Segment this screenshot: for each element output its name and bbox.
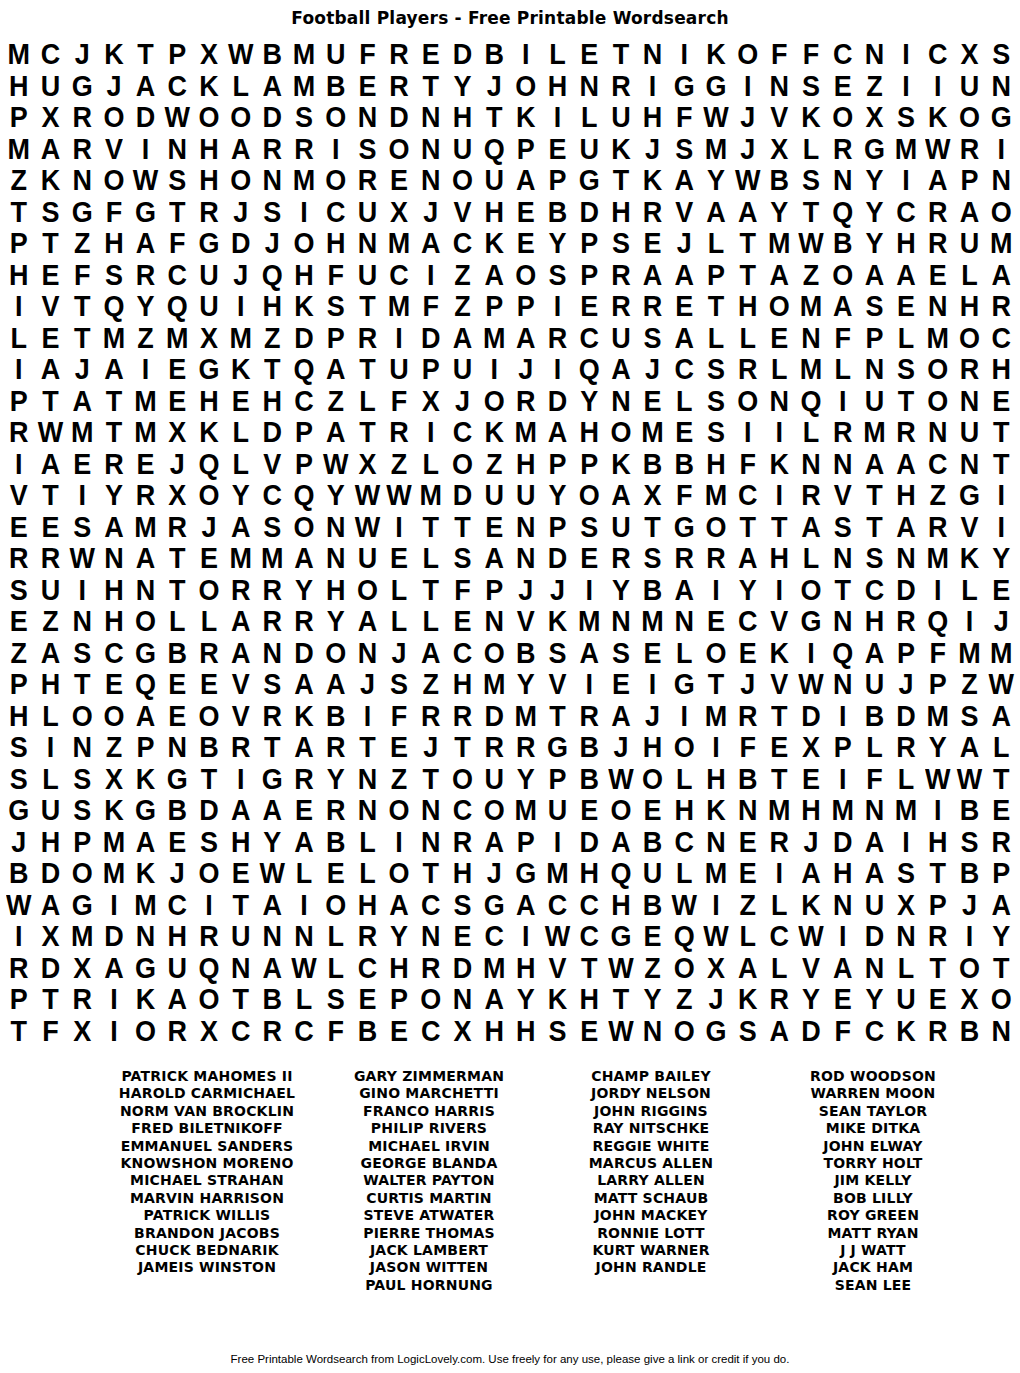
word-item: RAY NITSCHKE <box>540 1120 762 1137</box>
grid-cell: K <box>225 354 257 387</box>
grid-cell: W <box>352 480 384 513</box>
grid-cell: T <box>985 449 1017 482</box>
grid-cell: C <box>668 827 700 860</box>
grid-cell: T <box>542 701 574 734</box>
grid-cell: A <box>732 197 764 230</box>
grid-cell: W <box>161 102 193 135</box>
grid-cell: M <box>66 921 98 954</box>
grid-cell: I <box>827 921 859 954</box>
grid-cell: Y <box>859 165 891 198</box>
grid-cell: S <box>827 512 859 545</box>
grid-cell: A <box>542 417 574 450</box>
grid-cell: R <box>257 575 289 608</box>
grid-cell: D <box>447 39 479 72</box>
grid-cell: A <box>478 827 510 860</box>
grid-cell: X <box>795 732 827 765</box>
grid-cell: P <box>890 638 922 671</box>
grid-cell: G <box>130 197 162 230</box>
grid-cell: S <box>573 512 605 545</box>
grid-cell: S <box>352 134 384 167</box>
grid-cell: T <box>161 575 193 608</box>
grid-cell: T <box>130 39 162 72</box>
grid-cell: M <box>288 39 320 72</box>
grid-cell: M <box>700 701 732 734</box>
grid-cell: P <box>542 449 574 482</box>
grid-cell: T <box>193 764 225 797</box>
grid-cell: O <box>700 512 732 545</box>
grid-cell: F <box>827 1016 859 1049</box>
grid-cell: U <box>954 417 986 450</box>
grid-cell: A <box>98 354 130 387</box>
grid-cell: K <box>700 39 732 72</box>
grid-cell: H <box>98 228 130 261</box>
grid-cell: N <box>98 543 130 576</box>
grid-cell: B <box>637 449 669 482</box>
word-item: BRANDON JACOBS <box>96 1225 318 1242</box>
word-list-column: ROD WOODSONWARREN MOONSEAN TAYLORMIKE DI… <box>762 1068 984 1294</box>
grid-cell: E <box>320 858 352 891</box>
grid-cell: O <box>985 197 1017 230</box>
grid-cell: B <box>352 1016 384 1049</box>
grid-cell: C <box>732 480 764 513</box>
word-item: REGGIE WHITE <box>540 1138 762 1155</box>
grid-cell: F <box>668 102 700 135</box>
grid-cell: Q <box>478 134 510 167</box>
grid-cell: A <box>478 984 510 1017</box>
grid-cell: H <box>478 197 510 230</box>
grid-cell: R <box>257 701 289 734</box>
grid-cell: T <box>447 732 479 765</box>
grid-cell: K <box>605 449 637 482</box>
word-item: PHILIP RIVERS <box>318 1120 540 1137</box>
grid-cell: Z <box>3 638 35 671</box>
grid-cell: R <box>3 417 35 450</box>
grid-cell: U <box>859 386 891 419</box>
grid-cell: R <box>478 732 510 765</box>
grid-cell: Y <box>510 764 542 797</box>
grid-cell: O <box>700 638 732 671</box>
grid-cell: B <box>161 795 193 828</box>
grid-cell: N <box>954 386 986 419</box>
grid-cell: H <box>573 858 605 891</box>
grid-cell: F <box>320 1016 352 1049</box>
grid-cell: M <box>415 480 447 513</box>
grid-cell: A <box>130 701 162 734</box>
grid-cell: F <box>859 764 891 797</box>
grid-cell: E <box>383 1016 415 1049</box>
grid-cell: W <box>257 858 289 891</box>
grid-cell: E <box>985 575 1017 608</box>
grid-cell: I <box>3 921 35 954</box>
grid-cell: F <box>764 39 796 72</box>
grid-cell: R <box>66 102 98 135</box>
grid-cell: X <box>193 1016 225 1049</box>
grid-cell: W <box>700 921 732 954</box>
grid-cell: X <box>890 890 922 923</box>
grid-cell: L <box>985 732 1017 765</box>
grid-cell: Z <box>383 764 415 797</box>
grid-cell: A <box>859 260 891 293</box>
grid-cell: N <box>225 953 257 986</box>
grid-cell: S <box>66 764 98 797</box>
grid-cell: R <box>827 134 859 167</box>
grid-cell: P <box>542 512 574 545</box>
grid-cell: U <box>605 323 637 356</box>
grid-cell: N <box>859 39 891 72</box>
grid-cell: M <box>161 323 193 356</box>
grid-cell: I <box>668 39 700 72</box>
grid-cell: E <box>732 858 764 891</box>
grid-cell: S <box>35 197 67 230</box>
grid-cell: U <box>161 953 193 986</box>
grid-cell: C <box>668 354 700 387</box>
grid-cell: F <box>383 701 415 734</box>
grid-cell: M <box>637 417 669 450</box>
grid-cell: H <box>257 386 289 419</box>
grid-cell: D <box>795 701 827 734</box>
grid-cell: W <box>3 890 35 923</box>
grid-cell: T <box>732 512 764 545</box>
grid-cell: F <box>161 228 193 261</box>
grid-cell: R <box>35 543 67 576</box>
grid-cell: N <box>320 512 352 545</box>
grid-cell: I <box>98 984 130 1017</box>
grid-cell: A <box>257 890 289 923</box>
grid-cell: V <box>542 953 574 986</box>
grid-cell: N <box>352 795 384 828</box>
word-item: JOHN RIGGINS <box>540 1103 762 1120</box>
grid-cell: O <box>985 984 1017 1017</box>
grid-cell: T <box>415 764 447 797</box>
grid-cell: O <box>383 795 415 828</box>
footer-credit: Free Printable Wordsearch from LogicLove… <box>0 1353 1020 1365</box>
grid-cell: K <box>732 984 764 1017</box>
grid-cell: T <box>890 386 922 419</box>
grid-cell: I <box>922 795 954 828</box>
grid-cell: C <box>161 890 193 923</box>
grid-cell: Q <box>161 291 193 324</box>
grid-cell: C <box>859 1016 891 1049</box>
grid-cell: C <box>573 921 605 954</box>
grid-cell: E <box>573 39 605 72</box>
grid-cell: X <box>193 39 225 72</box>
grid-cell: R <box>193 921 225 954</box>
grid-cell: D <box>478 701 510 734</box>
grid-cell: K <box>193 71 225 104</box>
grid-cell: T <box>732 228 764 261</box>
grid-cell: M <box>795 354 827 387</box>
grid-cell: H <box>510 953 542 986</box>
grid-cell: B <box>320 701 352 734</box>
grid-cell: C <box>225 1016 257 1049</box>
grid-cell: N <box>257 921 289 954</box>
grid-cell: Y <box>573 386 605 419</box>
grid-cell: U <box>542 795 574 828</box>
grid-cell: X <box>66 953 98 986</box>
grid-cell: N <box>415 827 447 860</box>
grid-cell: M <box>985 228 1017 261</box>
grid-cell: O <box>352 575 384 608</box>
grid-cell: A <box>827 291 859 324</box>
grid-cell: R <box>922 197 954 230</box>
grid-cell: I <box>383 323 415 356</box>
grid-cell: A <box>795 858 827 891</box>
grid-cell: O <box>383 858 415 891</box>
grid-cell: O <box>668 953 700 986</box>
grid-cell: Z <box>98 732 130 765</box>
grid-cell: J <box>732 134 764 167</box>
grid-cell: H <box>35 827 67 860</box>
word-item: CHAMP BAILEY <box>540 1068 762 1085</box>
grid-cell: S <box>3 732 35 765</box>
grid-cell: G <box>700 1016 732 1049</box>
grid-cell: S <box>257 512 289 545</box>
grid-cell: Y <box>732 575 764 608</box>
grid-cell: J <box>510 575 542 608</box>
word-item: NORM VAN BROCKLIN <box>96 1103 318 1120</box>
grid-cell: A <box>890 260 922 293</box>
grid-cell: A <box>225 512 257 545</box>
grid-cell: K <box>542 606 574 639</box>
grid-cell: A <box>795 512 827 545</box>
grid-cell: W <box>922 764 954 797</box>
grid-cell: G <box>193 228 225 261</box>
grid-cell: S <box>447 543 479 576</box>
grid-cell: K <box>35 165 67 198</box>
grid-cell: O <box>668 732 700 765</box>
grid-cell: V <box>257 449 289 482</box>
grid-cell: G <box>161 764 193 797</box>
grid-cell: L <box>859 732 891 765</box>
grid-cell: M <box>510 795 542 828</box>
grid-cell: T <box>764 701 796 734</box>
grid-cell: F <box>320 260 352 293</box>
grid-cell: H <box>3 71 35 104</box>
grid-cell: R <box>954 134 986 167</box>
grid-cell: H <box>510 449 542 482</box>
grid-cell: E <box>637 228 669 261</box>
grid-cell: E <box>700 606 732 639</box>
grid-cell: R <box>764 827 796 860</box>
grid-cell: C <box>288 386 320 419</box>
grid-cell: A <box>668 260 700 293</box>
grid-cell: L <box>3 323 35 356</box>
grid-cell: N <box>637 39 669 72</box>
grid-cell: E <box>225 386 257 419</box>
grid-cell: I <box>415 417 447 450</box>
grid-cell: D <box>257 417 289 450</box>
grid-cell: T <box>257 732 289 765</box>
grid-cell: M <box>922 323 954 356</box>
grid-cell: D <box>383 102 415 135</box>
grid-cell: O <box>320 165 352 198</box>
grid-cell: A <box>922 165 954 198</box>
grid-cell: T <box>352 417 384 450</box>
grid-cell: H <box>732 291 764 324</box>
grid-cell: E <box>66 449 98 482</box>
grid-cell: T <box>225 984 257 1017</box>
grid-cell: S <box>542 1016 574 1049</box>
grid-cell: I <box>35 732 67 765</box>
wordsearch-grid: MCJKTPXWBMUFREDBILETNIKOFFCNICXSHUGJACKL… <box>3 40 1017 1048</box>
grid-cell: G <box>859 134 891 167</box>
grid-cell: L <box>795 543 827 576</box>
grid-cell: I <box>383 512 415 545</box>
grid-cell: Q <box>795 386 827 419</box>
word-item: STEVE ATWATER <box>318 1207 540 1224</box>
grid-cell: E <box>447 921 479 954</box>
grid-cell: I <box>764 417 796 450</box>
grid-cell: S <box>985 39 1017 72</box>
word-item: KNOWSHON MORENO <box>96 1155 318 1172</box>
grid-cell: C <box>542 890 574 923</box>
grid-cell: N <box>415 795 447 828</box>
grid-cell: M <box>510 701 542 734</box>
grid-cell: R <box>605 260 637 293</box>
grid-cell: A <box>510 323 542 356</box>
grid-cell: T <box>573 953 605 986</box>
grid-cell: E <box>130 449 162 482</box>
grid-cell: T <box>35 480 67 513</box>
grid-cell: A <box>35 354 67 387</box>
grid-cell: K <box>764 638 796 671</box>
grid-cell: N <box>795 449 827 482</box>
grid-cell: D <box>35 858 67 891</box>
grid-cell: U <box>478 480 510 513</box>
grid-cell: O <box>98 102 130 135</box>
grid-cell: J <box>415 732 447 765</box>
grid-cell: I <box>288 890 320 923</box>
word-item: PATRICK WILLIS <box>96 1207 318 1224</box>
grid-cell: R <box>732 354 764 387</box>
grid-cell: D <box>225 228 257 261</box>
grid-cell: J <box>98 71 130 104</box>
grid-cell: L <box>890 953 922 986</box>
grid-cell: E <box>161 701 193 734</box>
grid-cell: R <box>764 984 796 1017</box>
grid-cell: Y <box>764 197 796 230</box>
grid-cell: U <box>510 480 542 513</box>
grid-cell: P <box>827 732 859 765</box>
grid-cell: E <box>985 795 1017 828</box>
page-title: Football Players - Free Printable Wordse… <box>0 0 1020 28</box>
grid-cell: E <box>764 323 796 356</box>
grid-cell: C <box>161 71 193 104</box>
grid-cell: M <box>637 606 669 639</box>
grid-cell: R <box>922 512 954 545</box>
grid-cell: I <box>700 890 732 923</box>
grid-cell: T <box>859 512 891 545</box>
grid-cell: L <box>288 858 320 891</box>
grid-cell: S <box>605 228 637 261</box>
grid-cell: I <box>193 890 225 923</box>
grid-cell: I <box>288 197 320 230</box>
grid-cell: X <box>954 39 986 72</box>
grid-cell: N <box>827 669 859 702</box>
grid-cell: J <box>732 669 764 702</box>
grid-cell: V <box>98 134 130 167</box>
grid-cell: E <box>98 669 130 702</box>
grid-cell: M <box>700 480 732 513</box>
grid-cell: J <box>161 449 193 482</box>
grid-cell: J <box>605 732 637 765</box>
grid-cell: I <box>383 827 415 860</box>
grid-cell: O <box>320 638 352 671</box>
grid-cell: I <box>352 701 384 734</box>
grid-cell: S <box>257 197 289 230</box>
word-item: GINO MARCHETTI <box>318 1085 540 1102</box>
grid-cell: O <box>193 480 225 513</box>
grid-cell: A <box>288 827 320 860</box>
grid-cell: R <box>890 606 922 639</box>
grid-cell: C <box>573 323 605 356</box>
grid-cell: S <box>3 764 35 797</box>
grid-cell: A <box>257 795 289 828</box>
grid-cell: H <box>605 890 637 923</box>
grid-cell: D <box>890 575 922 608</box>
grid-cell: A <box>130 71 162 104</box>
grid-cell: U <box>193 260 225 293</box>
grid-cell: O <box>478 795 510 828</box>
grid-cell: N <box>827 606 859 639</box>
grid-cell: E <box>573 543 605 576</box>
grid-cell: R <box>985 291 1017 324</box>
grid-cell: X <box>35 921 67 954</box>
grid-cell: Y <box>510 984 542 1017</box>
grid-cell: N <box>510 543 542 576</box>
grid-cell: R <box>922 921 954 954</box>
grid-cell: W <box>732 165 764 198</box>
grid-cell: H <box>3 260 35 293</box>
grid-cell: E <box>890 291 922 324</box>
grid-cell: V <box>510 606 542 639</box>
grid-cell: W <box>795 228 827 261</box>
grid-cell: Y <box>985 543 1017 576</box>
word-item: JORDY NELSON <box>540 1085 762 1102</box>
grid-cell: Z <box>320 386 352 419</box>
grid-cell: T <box>352 291 384 324</box>
grid-cell: R <box>922 228 954 261</box>
grid-cell: T <box>637 512 669 545</box>
grid-cell: I <box>890 39 922 72</box>
grid-cell: W <box>352 512 384 545</box>
grid-cell: S <box>795 165 827 198</box>
grid-cell: P <box>542 165 574 198</box>
grid-cell: Y <box>383 921 415 954</box>
grid-cell: G <box>3 795 35 828</box>
grid-cell: L <box>352 386 384 419</box>
grid-cell: N <box>447 984 479 1017</box>
grid-cell: M <box>225 323 257 356</box>
grid-cell: J <box>415 197 447 230</box>
grid-cell: N <box>257 165 289 198</box>
word-item: MICHAEL IRVIN <box>318 1138 540 1155</box>
grid-cell: L <box>795 134 827 167</box>
grid-cell: M <box>890 795 922 828</box>
grid-cell: E <box>637 921 669 954</box>
grid-cell: T <box>732 260 764 293</box>
grid-cell: U <box>35 795 67 828</box>
grid-cell: U <box>193 291 225 324</box>
grid-cell: I <box>827 764 859 797</box>
grid-cell: N <box>605 606 637 639</box>
grid-cell: I <box>573 575 605 608</box>
grid-cell: A <box>257 953 289 986</box>
word-item: KURT WARNER <box>540 1242 762 1259</box>
grid-cell: K <box>98 795 130 828</box>
grid-cell: N <box>510 512 542 545</box>
grid-cell: A <box>605 827 637 860</box>
